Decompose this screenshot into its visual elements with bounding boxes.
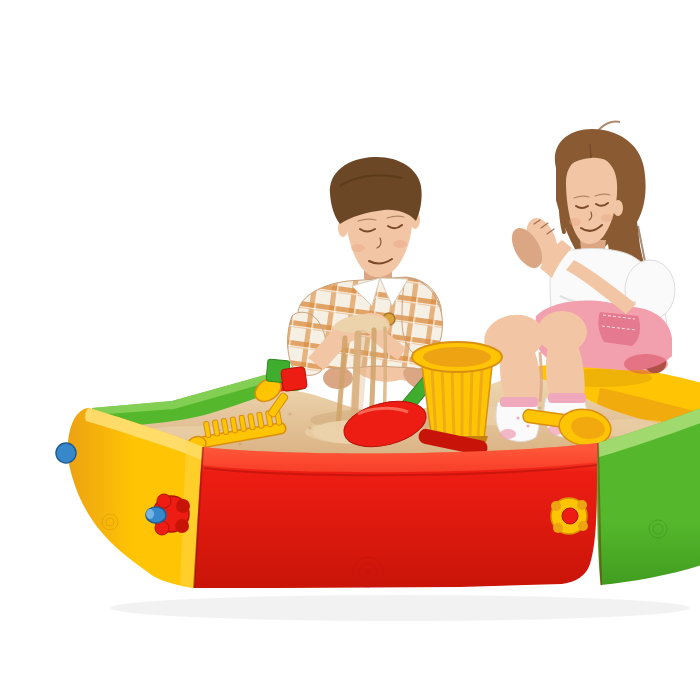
girl-skirt-shadow [624, 354, 668, 374]
toy-mold-red [281, 366, 308, 391]
ground-shadow [110, 595, 690, 621]
product-photo-children-sandbox: Two young children play in a hexagonal p… [40, 16, 700, 700]
connector-knob-yellow-right-corner [551, 498, 588, 534]
connector-knob-blue-left [56, 443, 76, 463]
girl-hair-part [590, 144, 591, 158]
sandbox-scene [40, 16, 700, 700]
girl-leg-shadow [540, 352, 542, 402]
boy-left-knee [323, 367, 353, 389]
